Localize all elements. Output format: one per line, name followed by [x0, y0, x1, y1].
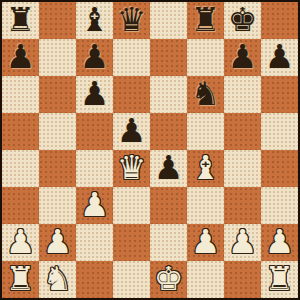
black-pawn-a7: ♟ — [6, 39, 36, 75]
square-b5[interactable] — [39, 113, 76, 150]
white-bishop-f4: ♝ — [191, 150, 221, 186]
square-c6[interactable]: ♟ — [76, 76, 113, 113]
square-h4[interactable] — [261, 150, 298, 187]
square-a4[interactable] — [2, 150, 39, 187]
square-g6[interactable] — [224, 76, 261, 113]
square-a8[interactable]: ♜ — [2, 2, 39, 39]
square-c1[interactable] — [76, 261, 113, 298]
square-f5[interactable] — [187, 113, 224, 150]
square-g3[interactable] — [224, 187, 261, 224]
square-a6[interactable] — [2, 76, 39, 113]
square-c5[interactable] — [76, 113, 113, 150]
square-a1[interactable]: ♜ — [2, 261, 39, 298]
square-e8[interactable] — [150, 2, 187, 39]
square-f1[interactable] — [187, 261, 224, 298]
square-g7[interactable]: ♟ — [224, 39, 261, 76]
white-knight-b1: ♞ — [43, 261, 73, 297]
square-h5[interactable] — [261, 113, 298, 150]
square-f3[interactable] — [187, 187, 224, 224]
square-f6[interactable]: ♞ — [187, 76, 224, 113]
black-rook-f8: ♜ — [191, 2, 221, 38]
square-e3[interactable] — [150, 187, 187, 224]
square-h2[interactable]: ♟ — [261, 224, 298, 261]
square-g4[interactable] — [224, 150, 261, 187]
white-king-e1: ♚ — [154, 261, 184, 297]
square-c3[interactable]: ♟ — [76, 187, 113, 224]
square-g1[interactable] — [224, 261, 261, 298]
square-d6[interactable] — [113, 76, 150, 113]
square-f8[interactable]: ♜ — [187, 2, 224, 39]
square-e4[interactable]: ♟ — [150, 150, 187, 187]
square-e2[interactable] — [150, 224, 187, 261]
square-b6[interactable] — [39, 76, 76, 113]
square-g2[interactable]: ♟ — [224, 224, 261, 261]
white-pawn-g2: ♟ — [228, 224, 258, 260]
square-d1[interactable] — [113, 261, 150, 298]
square-c4[interactable] — [76, 150, 113, 187]
black-queen-d8: ♛ — [117, 2, 147, 38]
black-pawn-c7: ♟ — [80, 39, 110, 75]
square-e5[interactable] — [150, 113, 187, 150]
square-c8[interactable]: ♝ — [76, 2, 113, 39]
square-h6[interactable] — [261, 76, 298, 113]
square-h1[interactable]: ♜ — [261, 261, 298, 298]
square-a3[interactable] — [2, 187, 39, 224]
square-e7[interactable] — [150, 39, 187, 76]
square-h7[interactable]: ♟ — [261, 39, 298, 76]
square-e1[interactable]: ♚ — [150, 261, 187, 298]
square-b3[interactable] — [39, 187, 76, 224]
square-b1[interactable]: ♞ — [39, 261, 76, 298]
square-e6[interactable] — [150, 76, 187, 113]
black-king-g8: ♚ — [228, 2, 258, 38]
square-h3[interactable] — [261, 187, 298, 224]
square-f4[interactable]: ♝ — [187, 150, 224, 187]
white-pawn-a2: ♟ — [6, 224, 36, 260]
square-d4[interactable]: ♛ — [113, 150, 150, 187]
white-rook-h1: ♜ — [265, 261, 295, 297]
square-b8[interactable] — [39, 2, 76, 39]
black-pawn-d5: ♟ — [117, 113, 147, 149]
square-d2[interactable] — [113, 224, 150, 261]
chess-board: ♜♝♛♜♚♟♟♟♟♟♞♟♛♟♝♟♟♟♟♟♟♜♞♚♜ — [0, 0, 300, 300]
square-a7[interactable]: ♟ — [2, 39, 39, 76]
black-pawn-c6: ♟ — [80, 76, 110, 112]
square-d5[interactable]: ♟ — [113, 113, 150, 150]
square-f7[interactable] — [187, 39, 224, 76]
black-rook-a8: ♜ — [6, 2, 36, 38]
white-pawn-c3: ♟ — [80, 187, 110, 223]
black-pawn-e4: ♟ — [154, 150, 184, 186]
square-c7[interactable]: ♟ — [76, 39, 113, 76]
white-pawn-h2: ♟ — [265, 224, 295, 260]
square-f2[interactable]: ♟ — [187, 224, 224, 261]
white-pawn-f2: ♟ — [191, 224, 221, 260]
square-c2[interactable] — [76, 224, 113, 261]
black-bishop-c8: ♝ — [80, 2, 110, 38]
square-b7[interactable] — [39, 39, 76, 76]
square-b4[interactable] — [39, 150, 76, 187]
square-d8[interactable]: ♛ — [113, 2, 150, 39]
square-d7[interactable] — [113, 39, 150, 76]
square-g8[interactable]: ♚ — [224, 2, 261, 39]
black-pawn-h7: ♟ — [265, 39, 295, 75]
white-rook-a1: ♜ — [6, 261, 36, 297]
square-g5[interactable] — [224, 113, 261, 150]
square-a5[interactable] — [2, 113, 39, 150]
square-d3[interactable] — [113, 187, 150, 224]
square-a2[interactable]: ♟ — [2, 224, 39, 261]
square-h8[interactable] — [261, 2, 298, 39]
black-pawn-g7: ♟ — [228, 39, 258, 75]
black-knight-f6: ♞ — [191, 76, 221, 112]
white-pawn-b2: ♟ — [43, 224, 73, 260]
square-b2[interactable]: ♟ — [39, 224, 76, 261]
white-queen-d4: ♛ — [117, 150, 147, 186]
